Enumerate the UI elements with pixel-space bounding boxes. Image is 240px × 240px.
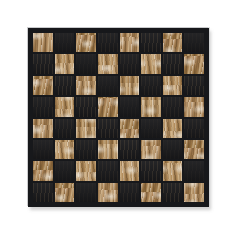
square-h2[interactable] [184,161,204,180]
square-g6[interactable] [163,76,183,95]
square-b1[interactable] [55,183,75,202]
square-c8[interactable] [76,33,96,52]
square-g1[interactable] [163,183,183,202]
square-f8[interactable] [141,33,161,52]
square-d4[interactable] [98,119,118,138]
square-g7[interactable] [163,54,183,73]
square-d1[interactable] [98,183,118,202]
square-a4[interactable] [33,119,53,138]
square-g4[interactable] [163,119,183,138]
square-e2[interactable] [120,161,140,180]
square-a5[interactable] [33,97,53,116]
square-d5[interactable] [98,97,118,116]
square-d3[interactable] [98,140,118,159]
square-e6[interactable] [120,76,140,95]
square-c5[interactable] [76,97,96,116]
square-b4[interactable] [55,119,75,138]
square-f4[interactable] [141,119,161,138]
square-b8[interactable] [55,33,75,52]
square-c2[interactable] [76,161,96,180]
square-d8[interactable] [98,33,118,52]
square-c3[interactable] [76,140,96,159]
square-h8[interactable] [184,33,204,52]
chess-board [28,28,209,207]
square-d2[interactable] [98,161,118,180]
square-g2[interactable] [163,161,183,180]
square-a7[interactable] [33,54,53,73]
square-b5[interactable] [55,97,75,116]
square-f3[interactable] [141,140,161,159]
square-e4[interactable] [120,119,140,138]
square-h5[interactable] [184,97,204,116]
square-c6[interactable] [76,76,96,95]
square-g8[interactable] [163,33,183,52]
square-f6[interactable] [141,76,161,95]
square-f2[interactable] [141,161,161,180]
square-h7[interactable] [184,54,204,73]
board-grid [33,33,204,202]
square-e7[interactable] [120,54,140,73]
square-b6[interactable] [55,76,75,95]
square-a8[interactable] [33,33,53,52]
square-b2[interactable] [55,161,75,180]
square-h1[interactable] [184,183,204,202]
square-d7[interactable] [98,54,118,73]
square-a3[interactable] [33,140,53,159]
square-c1[interactable] [76,183,96,202]
square-e1[interactable] [120,183,140,202]
square-f1[interactable] [141,183,161,202]
square-a6[interactable] [33,76,53,95]
square-h4[interactable] [184,119,204,138]
square-b7[interactable] [55,54,75,73]
square-e3[interactable] [120,140,140,159]
square-d6[interactable] [98,76,118,95]
square-f7[interactable] [141,54,161,73]
square-g5[interactable] [163,97,183,116]
square-f5[interactable] [141,97,161,116]
square-h6[interactable] [184,76,204,95]
square-c4[interactable] [76,119,96,138]
product-photo [0,0,240,240]
square-g3[interactable] [163,140,183,159]
square-e8[interactable] [120,33,140,52]
square-h3[interactable] [184,140,204,159]
square-a2[interactable] [33,161,53,180]
square-b3[interactable] [55,140,75,159]
square-c7[interactable] [76,54,96,73]
square-e5[interactable] [120,97,140,116]
square-a1[interactable] [33,183,53,202]
